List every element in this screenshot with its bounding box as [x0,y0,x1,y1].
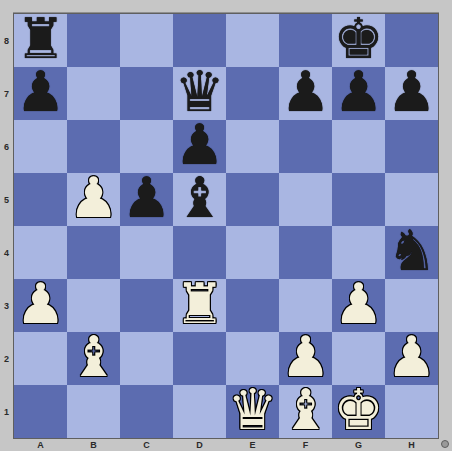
piece-black-knight[interactable]: ♞ [386,224,436,277]
square-e4[interactable] [226,226,279,279]
rank-label-1: 1 [0,385,13,438]
piece-black-rook[interactable]: ♜ [15,12,65,65]
piece-white-pawn[interactable]: ♟ [386,330,436,383]
rank-label-6: 6 [0,120,13,173]
square-h7[interactable]: ♟ [385,67,438,120]
file-label-c: C [120,439,173,451]
piece-white-bishop[interactable]: ♝ [68,330,118,383]
rank-label-2: 2 [0,332,13,385]
square-e7[interactable] [226,67,279,120]
square-g7[interactable]: ♟ [332,67,385,120]
square-b4[interactable] [67,226,120,279]
square-a7[interactable]: ♟ [14,67,67,120]
file-label-a: A [14,439,67,451]
piece-black-king[interactable]: ♚ [333,12,383,65]
square-a6[interactable] [14,120,67,173]
square-a1[interactable] [14,385,67,438]
square-b8[interactable] [67,14,120,67]
file-label-d: D [173,439,226,451]
piece-black-bishop[interactable]: ♝ [174,171,224,224]
rank-label-8: 8 [0,14,13,67]
square-a5[interactable] [14,173,67,226]
square-h1[interactable] [385,385,438,438]
piece-black-pawn[interactable]: ♟ [15,65,65,118]
square-c4[interactable] [120,226,173,279]
square-g5[interactable] [332,173,385,226]
square-g6[interactable] [332,120,385,173]
square-e6[interactable] [226,120,279,173]
square-h6[interactable] [385,120,438,173]
piece-white-queen[interactable]: ♛ [227,383,277,436]
square-e5[interactable] [226,173,279,226]
square-e8[interactable] [226,14,279,67]
square-d1[interactable] [173,385,226,438]
square-b5[interactable]: ♟ [67,173,120,226]
piece-white-pawn[interactable]: ♟ [68,171,118,224]
square-f5[interactable] [279,173,332,226]
square-d2[interactable] [173,332,226,385]
file-label-g: G [332,439,385,451]
square-d3[interactable]: ♜ [173,279,226,332]
square-c5[interactable]: ♟ [120,173,173,226]
piece-black-pawn[interactable]: ♟ [333,65,383,118]
chess-board: ♜♚♟♛♟♟♟♟♟♟♝♞♟♜♟♝♟♟♛♝♚ [13,13,439,439]
piece-white-pawn[interactable]: ♟ [15,277,65,330]
square-f1[interactable]: ♝ [279,385,332,438]
square-g3[interactable]: ♟ [332,279,385,332]
file-label-h: H [385,439,438,451]
piece-white-king[interactable]: ♚ [333,383,383,436]
square-d5[interactable]: ♝ [173,173,226,226]
square-b7[interactable] [67,67,120,120]
square-h2[interactable]: ♟ [385,332,438,385]
square-f7[interactable]: ♟ [279,67,332,120]
square-h4[interactable]: ♞ [385,226,438,279]
piece-black-queen[interactable]: ♛ [174,65,224,118]
square-f6[interactable] [279,120,332,173]
piece-black-pawn[interactable]: ♟ [121,171,171,224]
piece-white-bishop[interactable]: ♝ [280,383,330,436]
rank-label-7: 7 [0,67,13,120]
square-b2[interactable]: ♝ [67,332,120,385]
chess-app-window: 87654321 ♜♚♟♛♟♟♟♟♟♟♝♞♟♜♟♝♟♟♛♝♚ ABCDEFGH [0,0,452,451]
file-labels: ABCDEFGH [14,439,438,451]
square-c8[interactable] [120,14,173,67]
piece-white-rook[interactable]: ♜ [174,277,224,330]
square-c7[interactable] [120,67,173,120]
file-label-e: E [226,439,279,451]
corner-dot-button[interactable] [441,440,449,448]
piece-white-pawn[interactable]: ♟ [280,330,330,383]
rank-label-4: 4 [0,226,13,279]
piece-white-pawn[interactable]: ♟ [333,277,383,330]
square-f4[interactable] [279,226,332,279]
piece-black-pawn[interactable]: ♟ [174,118,224,171]
square-a3[interactable]: ♟ [14,279,67,332]
file-label-b: B [67,439,120,451]
rank-label-3: 3 [0,279,13,332]
rank-labels: 87654321 [0,14,13,438]
square-c3[interactable] [120,279,173,332]
piece-black-pawn[interactable]: ♟ [386,65,436,118]
rank-label-5: 5 [0,173,13,226]
square-c1[interactable] [120,385,173,438]
square-e1[interactable]: ♛ [226,385,279,438]
square-b1[interactable] [67,385,120,438]
piece-black-pawn[interactable]: ♟ [280,65,330,118]
square-a2[interactable] [14,332,67,385]
square-g1[interactable]: ♚ [332,385,385,438]
square-e3[interactable] [226,279,279,332]
file-label-f: F [279,439,332,451]
square-c2[interactable] [120,332,173,385]
